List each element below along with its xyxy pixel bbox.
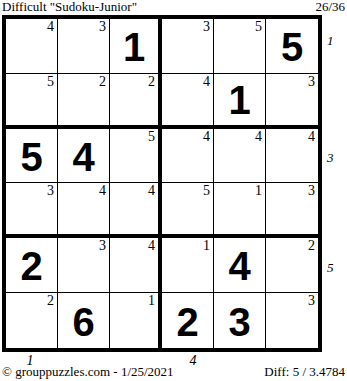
- cell-r4c2[interactable]: 4: [58, 183, 110, 238]
- cell-r4c1[interactable]: 3: [6, 183, 58, 238]
- title-bar: Difficult "Sudoku-Junior" 26/36: [2, 0, 345, 14]
- cell-r1c5[interactable]: 5: [214, 19, 266, 74]
- cell-r2c3[interactable]: 2: [110, 74, 162, 129]
- cell-r2c5[interactable]: 1: [214, 74, 266, 129]
- corner-clue: 4: [255, 129, 262, 145]
- corner-clue: 3: [308, 183, 315, 199]
- cell-r6c5[interactable]: 3: [214, 293, 266, 348]
- cell-r3c5[interactable]: 4: [214, 129, 266, 184]
- corner-clue: 2: [99, 74, 106, 90]
- corner-clue: 4: [203, 129, 210, 145]
- cell-value: 2: [176, 300, 198, 342]
- footer: © grouppuzzles.com - 1/25/2021 Diff: 5 /…: [2, 365, 345, 379]
- row-label-5: 5: [327, 260, 345, 276]
- corner-clue: 5: [255, 19, 262, 35]
- cell-r3c2[interactable]: 4: [58, 129, 110, 184]
- cell-r6c1[interactable]: 2: [6, 293, 58, 348]
- corner-clue: 3: [308, 74, 315, 90]
- cell-r6c6[interactable]: 3: [266, 293, 318, 348]
- row-label-1: 1: [327, 33, 345, 49]
- corner-clue: 1: [255, 183, 262, 199]
- cell-r2c2[interactable]: 2: [58, 74, 110, 129]
- cell-r3c6[interactable]: 4: [266, 129, 318, 184]
- cell-r6c3[interactable]: 1: [110, 293, 162, 348]
- corner-clue: 3: [99, 19, 106, 35]
- corner-clue: 3: [308, 293, 315, 309]
- cell-value: 6: [72, 300, 94, 342]
- cell-value: 2: [20, 244, 42, 286]
- difficulty-text: Diff: 5 / 3.4784: [264, 365, 345, 379]
- cell-r4c6[interactable]: 3: [266, 183, 318, 238]
- cell-value: 1: [228, 78, 250, 120]
- cell-r5c6[interactable]: 2: [266, 238, 318, 293]
- cell-value: 3: [228, 300, 250, 342]
- cell-r1c6[interactable]: 5: [266, 19, 318, 74]
- cell-r3c1[interactable]: 5: [6, 129, 58, 184]
- cell-value: 5: [281, 25, 303, 67]
- corner-clue: 2: [47, 293, 54, 309]
- corner-clue: 4: [99, 183, 106, 199]
- copyright-text: © grouppuzzles.com - 1/25/2021: [2, 365, 174, 379]
- corner-clue: 1: [203, 238, 210, 254]
- corner-clue: 3: [99, 238, 106, 254]
- corner-clue: 4: [203, 74, 210, 90]
- cell-r6c2[interactable]: 6: [58, 293, 110, 348]
- cell-r6c4[interactable]: 2: [162, 293, 214, 348]
- puzzle-page: Difficult "Sudoku-Junior" 26/36 43135552…: [0, 0, 347, 381]
- corner-clue: 5: [47, 74, 54, 90]
- cell-r1c1[interactable]: 4: [6, 19, 58, 74]
- cell-r5c4[interactable]: 1: [162, 238, 214, 293]
- corner-clue: 4: [148, 183, 155, 199]
- cell-r4c3[interactable]: 4: [110, 183, 162, 238]
- corner-clue: 4: [308, 129, 315, 145]
- puzzle-number: 26/36: [315, 0, 345, 14]
- corner-clue: 1: [148, 293, 155, 309]
- sudoku-board: 431355522413545444344513234142261233: [2, 15, 322, 352]
- cell-r5c1[interactable]: 2: [6, 238, 58, 293]
- corner-clue: 2: [308, 238, 315, 254]
- cell-value: 4: [72, 135, 94, 177]
- cell-value: 4: [228, 244, 250, 286]
- corner-clue: 2: [148, 74, 155, 90]
- cell-r5c3[interactable]: 4: [110, 238, 162, 293]
- cell-value: 1: [123, 25, 145, 67]
- row-label-3: 3: [327, 150, 345, 166]
- corner-clue: 5: [203, 183, 210, 199]
- cell-r4c5[interactable]: 1: [214, 183, 266, 238]
- corner-clue: 4: [148, 238, 155, 254]
- cell-value: 5: [20, 135, 42, 177]
- cell-r1c2[interactable]: 3: [58, 19, 110, 74]
- cell-r3c3[interactable]: 5: [110, 129, 162, 184]
- corner-clue: 5: [148, 129, 155, 145]
- corner-clue: 3: [47, 183, 54, 199]
- cell-r2c4[interactable]: 4: [162, 74, 214, 129]
- cell-r4c4[interactable]: 5: [162, 183, 214, 238]
- cell-r1c4[interactable]: 3: [162, 19, 214, 74]
- cell-r2c1[interactable]: 5: [6, 74, 58, 129]
- cell-r5c2[interactable]: 3: [58, 238, 110, 293]
- cell-r1c3[interactable]: 1: [110, 19, 162, 74]
- cell-r5c5[interactable]: 4: [214, 238, 266, 293]
- corner-clue: 4: [47, 19, 54, 35]
- corner-clue: 3: [203, 19, 210, 35]
- cell-r2c6[interactable]: 3: [266, 74, 318, 129]
- page-title: Difficult "Sudoku-Junior": [2, 0, 137, 14]
- cell-r3c4[interactable]: 4: [162, 129, 214, 184]
